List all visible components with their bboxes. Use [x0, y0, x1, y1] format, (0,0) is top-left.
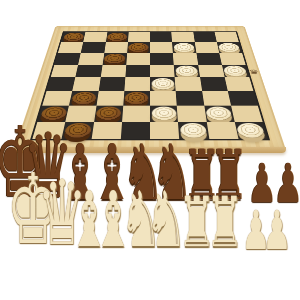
board-cell-r2c1[interactable]: [58, 42, 83, 53]
checker-light[interactable]: [223, 66, 248, 77]
checker-light[interactable]: [151, 78, 174, 90]
board-cell-r7c4[interactable]: [122, 106, 150, 122]
board-cell-r3c4[interactable]: [126, 53, 150, 65]
board-cell-r5c6[interactable]: [175, 77, 202, 91]
brand-stamp-icon: ♛: [248, 69, 258, 79]
board-cell-r6c8[interactable]: [228, 91, 258, 106]
product-photo: ♛ ♚♛♝♝♞♞♜♜♟♟ ♚♛♝♝♞♞♜♜♟♟: [0, 0, 300, 300]
board-cell-r1c5[interactable]: [150, 32, 172, 42]
board-cell-r3c6[interactable]: [173, 53, 198, 65]
board-cell-r6c2[interactable]: [69, 91, 98, 106]
board-cell-r2c7[interactable]: [194, 42, 219, 53]
board-cell-r5c7[interactable]: [200, 77, 228, 91]
board-cell-r4c6[interactable]: [174, 65, 200, 78]
board-cell-r2c6[interactable]: [172, 42, 196, 53]
checker-dark[interactable]: [71, 92, 97, 105]
board-cell-r4c2[interactable]: [76, 65, 103, 78]
chess-piece-cream-pawn[interactable]: ♟: [262, 204, 291, 258]
checker-dark[interactable]: [125, 92, 149, 105]
board-cell-r3c2[interactable]: [78, 53, 104, 65]
board-cell-r3c7[interactable]: [196, 53, 222, 65]
board-cell-r1c3[interactable]: [106, 32, 129, 42]
board-cell-r7c5[interactable]: [150, 106, 178, 122]
checker-light[interactable]: [151, 107, 176, 121]
board-cell-r4c8[interactable]: [222, 65, 250, 78]
board-cell-r5c1[interactable]: [47, 77, 76, 91]
board-cell-r1c4[interactable]: [128, 32, 150, 42]
board-cell-r1c8[interactable]: [214, 32, 238, 42]
checker-light[interactable]: [175, 66, 198, 77]
board-cell-r7c7[interactable]: [204, 106, 235, 122]
board-cell-r2c8[interactable]: [217, 42, 242, 53]
board-cell-r3c3[interactable]: [102, 53, 127, 65]
board-cell-r2c3[interactable]: [104, 42, 128, 53]
board-cell-r6c3[interactable]: [96, 91, 124, 106]
board-cell-r4c1[interactable]: [51, 65, 79, 78]
chess-piece-cream-rook[interactable]: ♜: [206, 189, 244, 258]
checker-light[interactable]: [218, 43, 241, 52]
board-cell-r1c2[interactable]: [83, 32, 107, 42]
board-cell-r6c5[interactable]: [150, 91, 177, 106]
board-cell-r2c4[interactable]: [127, 42, 150, 53]
board-cell-r5c3[interactable]: [98, 77, 125, 91]
checker-light[interactable]: [206, 107, 233, 121]
board-cell-r5c4[interactable]: [124, 77, 150, 91]
board-cell-r4c7[interactable]: [198, 65, 225, 78]
board-cell-r5c8[interactable]: [224, 77, 253, 91]
board-cell-r1c6[interactable]: [171, 32, 194, 42]
checker-dark[interactable]: [95, 107, 121, 121]
checker-dark[interactable]: [63, 33, 85, 42]
board-cell-r7c8[interactable]: [231, 106, 263, 122]
board-cell-r3c5[interactable]: [150, 53, 174, 65]
board-cell-r3c8[interactable]: [219, 53, 245, 65]
checker-dark[interactable]: [128, 43, 149, 52]
board-cell-r7c3[interactable]: [94, 106, 123, 122]
board-cell-r4c4[interactable]: [125, 65, 150, 78]
board-cell-r1c1[interactable]: [61, 32, 85, 42]
board-cell-r5c2[interactable]: [72, 77, 100, 91]
board-cell-r2c5[interactable]: [150, 42, 173, 53]
board-cell-r2c2[interactable]: [81, 42, 106, 53]
board-cell-r4c3[interactable]: [100, 65, 126, 78]
board-cell-r7c6[interactable]: [177, 106, 206, 122]
board-cell-r6c1[interactable]: [42, 91, 72, 106]
board-cell-r6c7[interactable]: [202, 91, 231, 106]
board-cell-r6c6[interactable]: [176, 91, 204, 106]
board-cell-r3c1[interactable]: [54, 53, 80, 65]
board-cell-r6c4[interactable]: [123, 91, 150, 106]
checker-dark[interactable]: [104, 54, 126, 64]
checker-light[interactable]: [173, 43, 194, 52]
board-cell-r4c5[interactable]: [150, 65, 175, 78]
checker-dark[interactable]: [107, 33, 127, 42]
board-cell-r1c7[interactable]: [193, 32, 217, 42]
board-cell-r5c5[interactable]: [150, 77, 176, 91]
